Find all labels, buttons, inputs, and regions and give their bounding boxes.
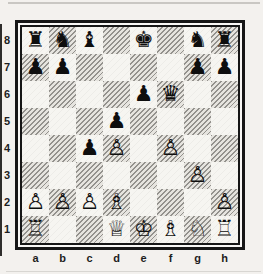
board-grid: ♜♞♝♚♞♜♟♟♟♟♟♛♟♟♙♙♙♙♙♙♗♙♖♕♔♗♘♖ <box>20 25 240 245</box>
black-knight-b8: ♞ <box>53 27 73 53</box>
file-label-c: c <box>76 252 103 264</box>
square-d5[interactable]: ♟ <box>103 108 130 135</box>
square-c5[interactable] <box>76 108 103 135</box>
white-bishop-d2: ♗ <box>107 189 127 215</box>
white-pawn-b2: ♙ <box>53 189 73 215</box>
scan-artifact-top <box>8 2 260 4</box>
square-e1[interactable]: ♔ <box>130 216 157 243</box>
square-g4[interactable] <box>184 135 211 162</box>
black-knight-g8: ♞ <box>188 27 208 53</box>
square-f5[interactable] <box>157 108 184 135</box>
square-a8[interactable]: ♜ <box>22 27 49 54</box>
white-bishop-f1: ♗ <box>161 216 181 242</box>
square-b5[interactable] <box>49 108 76 135</box>
square-g1[interactable]: ♘ <box>184 216 211 243</box>
square-c8[interactable]: ♝ <box>76 27 103 54</box>
square-g3[interactable]: ♙ <box>184 162 211 189</box>
square-b4[interactable] <box>49 135 76 162</box>
square-f3[interactable] <box>157 162 184 189</box>
rank-labels: 87654321 <box>1 27 13 243</box>
file-label-h: h <box>211 252 238 264</box>
square-a7[interactable]: ♟ <box>22 54 49 81</box>
black-pawn-e6: ♟ <box>134 81 154 107</box>
rank-label-6: 6 <box>1 81 13 108</box>
white-rook-a1: ♖ <box>26 216 46 242</box>
rank-label-3: 3 <box>1 162 13 189</box>
square-f4[interactable]: ♙ <box>157 135 184 162</box>
black-pawn-c4: ♟ <box>80 135 100 161</box>
white-king-e1: ♔ <box>134 216 154 242</box>
square-a3[interactable] <box>22 162 49 189</box>
square-b6[interactable] <box>49 81 76 108</box>
square-h3[interactable] <box>211 162 238 189</box>
square-a5[interactable] <box>22 108 49 135</box>
rank-label-7: 7 <box>1 54 13 81</box>
square-h5[interactable] <box>211 108 238 135</box>
white-pawn-d4: ♙ <box>107 135 127 161</box>
square-a6[interactable] <box>22 81 49 108</box>
square-h6[interactable] <box>211 81 238 108</box>
black-pawn-a7: ♟ <box>26 54 46 80</box>
rank-label-4: 4 <box>1 135 13 162</box>
square-d2[interactable]: ♗ <box>103 189 130 216</box>
square-f7[interactable] <box>157 54 184 81</box>
square-c2[interactable]: ♙ <box>76 189 103 216</box>
square-e7[interactable] <box>130 54 157 81</box>
rank-label-8: 8 <box>1 27 13 54</box>
square-c6[interactable] <box>76 81 103 108</box>
white-pawn-c2: ♙ <box>80 189 100 215</box>
square-f8[interactable] <box>157 27 184 54</box>
black-pawn-g7: ♟ <box>188 54 208 80</box>
square-d8[interactable] <box>103 27 130 54</box>
file-label-d: d <box>103 252 130 264</box>
square-c1[interactable] <box>76 216 103 243</box>
file-label-e: e <box>130 252 157 264</box>
square-a1[interactable]: ♖ <box>22 216 49 243</box>
file-label-b: b <box>49 252 76 264</box>
file-label-g: g <box>184 252 211 264</box>
white-pawn-f4: ♙ <box>161 135 181 161</box>
square-g6[interactable] <box>184 81 211 108</box>
white-pawn-a2: ♙ <box>26 189 46 215</box>
square-c3[interactable] <box>76 162 103 189</box>
square-b2[interactable]: ♙ <box>49 189 76 216</box>
square-h1[interactable]: ♖ <box>211 216 238 243</box>
square-b7[interactable]: ♟ <box>49 54 76 81</box>
square-b1[interactable] <box>49 216 76 243</box>
rank-label-1: 1 <box>1 216 13 243</box>
square-g7[interactable]: ♟ <box>184 54 211 81</box>
rank-label-2: 2 <box>1 189 13 216</box>
white-knight-g1: ♘ <box>188 216 208 242</box>
square-e2[interactable] <box>130 189 157 216</box>
black-pawn-h7: ♟ <box>215 54 235 80</box>
square-g2[interactable] <box>184 189 211 216</box>
square-c4[interactable]: ♟ <box>76 135 103 162</box>
black-rook-a8: ♜ <box>26 27 46 53</box>
rank-label-5: 5 <box>1 108 13 135</box>
white-pawn-h2: ♙ <box>215 189 235 215</box>
square-a2[interactable]: ♙ <box>22 189 49 216</box>
file-labels: abcdefgh <box>22 252 238 264</box>
square-e8[interactable]: ♚ <box>130 27 157 54</box>
square-b8[interactable]: ♞ <box>49 27 76 54</box>
file-label-a: a <box>22 252 49 264</box>
file-label-f: f <box>157 252 184 264</box>
black-bishop-c8: ♝ <box>80 27 100 53</box>
square-e4[interactable] <box>130 135 157 162</box>
square-c7[interactable] <box>76 54 103 81</box>
square-f2[interactable] <box>157 189 184 216</box>
board-frame: ♜♞♝♚♞♜♟♟♟♟♟♛♟♟♙♙♙♙♙♙♗♙♖♕♔♗♘♖ <box>15 20 245 250</box>
black-pawn-d5: ♟ <box>107 108 127 134</box>
black-pawn-b7: ♟ <box>53 54 73 80</box>
white-rook-h1: ♖ <box>215 216 235 242</box>
square-g8[interactable]: ♞ <box>184 27 211 54</box>
black-rook-h8: ♜ <box>215 27 235 53</box>
square-h4[interactable] <box>211 135 238 162</box>
black-king-e8: ♚ <box>134 27 154 53</box>
square-d1[interactable]: ♕ <box>103 216 130 243</box>
square-h7[interactable]: ♟ <box>211 54 238 81</box>
square-g5[interactable] <box>184 108 211 135</box>
square-d3[interactable] <box>103 162 130 189</box>
white-queen-d1: ♕ <box>107 216 127 242</box>
square-d7[interactable] <box>103 54 130 81</box>
square-a4[interactable] <box>22 135 49 162</box>
square-f1[interactable]: ♗ <box>157 216 184 243</box>
square-d6[interactable] <box>103 81 130 108</box>
square-e6[interactable]: ♟ <box>130 81 157 108</box>
square-b3[interactable] <box>49 162 76 189</box>
scan-artifact-bottom <box>6 271 261 272</box>
square-h8[interactable]: ♜ <box>211 27 238 54</box>
square-f6[interactable]: ♛ <box>157 81 184 108</box>
black-queen-f6: ♛ <box>161 81 181 107</box>
white-pawn-g3: ♙ <box>188 162 208 188</box>
square-d4[interactable]: ♙ <box>103 135 130 162</box>
chess-diagram: 87654321 ♜♞♝♚♞♜♟♟♟♟♟♛♟♟♙♙♙♙♙♙♗♙♖♕♔♗♘♖ ab… <box>0 0 263 274</box>
square-e3[interactable] <box>130 162 157 189</box>
square-e5[interactable] <box>130 108 157 135</box>
square-h2[interactable]: ♙ <box>211 189 238 216</box>
